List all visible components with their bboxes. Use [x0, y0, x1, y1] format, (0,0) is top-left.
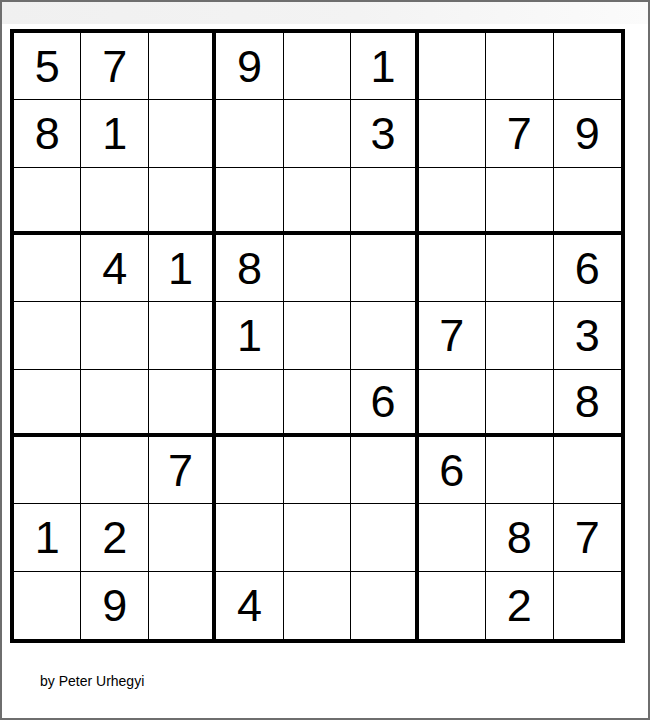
cell-r2c4 [216, 100, 283, 167]
cell-r1c8 [486, 33, 553, 100]
cell-r6c9: 8 [554, 370, 621, 437]
cell-r5c7: 7 [419, 302, 486, 369]
cell-r5c9: 3 [554, 302, 621, 369]
cell-r5c2 [81, 302, 148, 369]
cell-r4c9: 6 [554, 235, 621, 302]
cell-r2c7 [419, 100, 486, 167]
cell-r2c6: 3 [351, 100, 418, 167]
cell-r8c4 [216, 504, 283, 571]
cell-r3c1 [14, 168, 81, 235]
cell-r7c5 [284, 437, 351, 504]
cell-r6c4 [216, 370, 283, 437]
cell-r9c5 [284, 572, 351, 639]
cell-r4c1 [14, 235, 81, 302]
cell-r4c3: 1 [149, 235, 216, 302]
cell-r9c9 [554, 572, 621, 639]
cell-r5c6 [351, 302, 418, 369]
cell-r3c2 [81, 168, 148, 235]
credit-text: by Peter Urhegyi [40, 673, 144, 689]
cell-r7c1 [14, 437, 81, 504]
cell-r5c5 [284, 302, 351, 369]
cell-r8c6 [351, 504, 418, 571]
cell-r8c8: 8 [486, 504, 553, 571]
cell-r1c2: 7 [81, 33, 148, 100]
cell-r9c3 [149, 572, 216, 639]
sudoku-board: 579181379418617368761287942 [10, 29, 625, 643]
cell-r6c5 [284, 370, 351, 437]
cell-r9c6 [351, 572, 418, 639]
cell-r1c4: 9 [216, 33, 283, 100]
cell-r7c8 [486, 437, 553, 504]
cell-r1c5 [284, 33, 351, 100]
cell-r7c3: 7 [149, 437, 216, 504]
cell-r6c7 [419, 370, 486, 437]
cell-r1c7 [419, 33, 486, 100]
cell-r5c3 [149, 302, 216, 369]
cell-r3c6 [351, 168, 418, 235]
cell-r9c1 [14, 572, 81, 639]
cell-r8c7 [419, 504, 486, 571]
cell-r1c3 [149, 33, 216, 100]
cell-r7c7: 6 [419, 437, 486, 504]
cell-r3c8 [486, 168, 553, 235]
cell-r6c3 [149, 370, 216, 437]
cell-r9c4: 4 [216, 572, 283, 639]
cell-r7c2 [81, 437, 148, 504]
page: 579181379418617368761287942 by Peter Urh… [0, 0, 650, 720]
cell-r9c7 [419, 572, 486, 639]
top-gradient-band [2, 2, 648, 24]
cell-r6c6: 6 [351, 370, 418, 437]
cell-r4c8 [486, 235, 553, 302]
cell-r3c4 [216, 168, 283, 235]
cell-r2c3 [149, 100, 216, 167]
cell-r8c2: 2 [81, 504, 148, 571]
cell-r8c1: 1 [14, 504, 81, 571]
cell-r3c5 [284, 168, 351, 235]
cell-r6c1 [14, 370, 81, 437]
cell-r4c5 [284, 235, 351, 302]
cell-r2c1: 8 [14, 100, 81, 167]
cell-r7c6 [351, 437, 418, 504]
cell-r4c7 [419, 235, 486, 302]
cell-r6c8 [486, 370, 553, 437]
cell-r1c6: 1 [351, 33, 418, 100]
cell-r3c9 [554, 168, 621, 235]
cell-r5c8 [486, 302, 553, 369]
cell-r7c9 [554, 437, 621, 504]
cell-r2c8: 7 [486, 100, 553, 167]
cell-r5c4: 1 [216, 302, 283, 369]
cell-r1c9 [554, 33, 621, 100]
cell-r2c5 [284, 100, 351, 167]
cell-r3c7 [419, 168, 486, 235]
cell-r2c9: 9 [554, 100, 621, 167]
cell-r5c1 [14, 302, 81, 369]
cell-r1c1: 5 [14, 33, 81, 100]
cell-r8c9: 7 [554, 504, 621, 571]
cell-r4c4: 8 [216, 235, 283, 302]
cell-r9c2: 9 [81, 572, 148, 639]
cell-r4c6 [351, 235, 418, 302]
cell-r9c8: 2 [486, 572, 553, 639]
cell-r7c4 [216, 437, 283, 504]
cell-r3c3 [149, 168, 216, 235]
cell-r2c2: 1 [81, 100, 148, 167]
cell-r6c2 [81, 370, 148, 437]
cell-r8c3 [149, 504, 216, 571]
cell-r8c5 [284, 504, 351, 571]
cell-r4c2: 4 [81, 235, 148, 302]
